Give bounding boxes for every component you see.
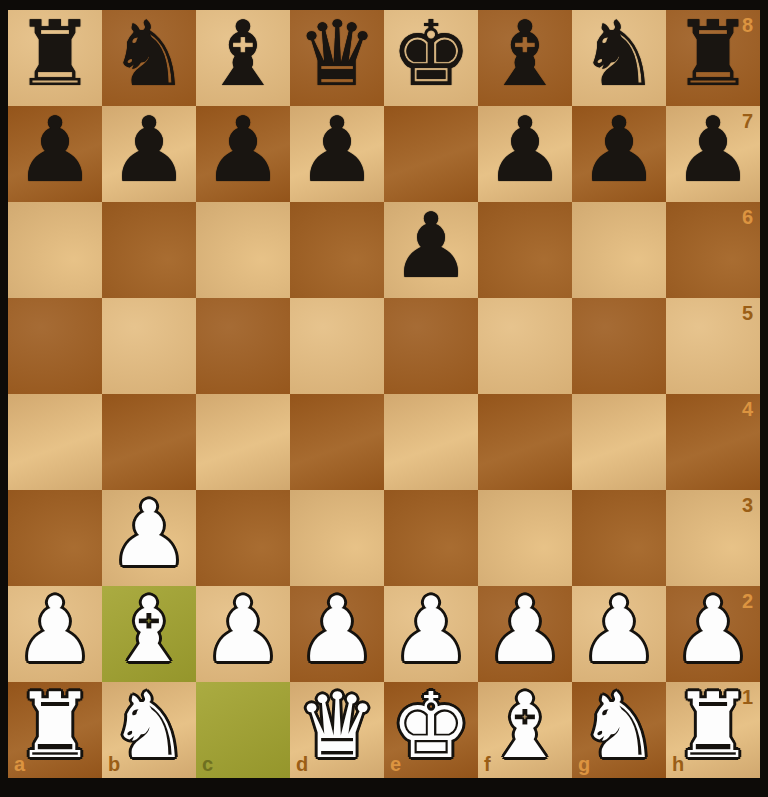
square-g5[interactable] xyxy=(572,298,666,394)
square-a8[interactable]: ♜ xyxy=(8,10,102,106)
rank-label-5: 5 xyxy=(742,303,753,323)
square-c1[interactable]: c xyxy=(196,682,290,778)
rank-label-1: 1 xyxy=(742,687,753,707)
square-f6[interactable] xyxy=(478,202,572,298)
square-f7[interactable]: ♟ xyxy=(478,106,572,202)
white-bishop[interactable]: ♝ xyxy=(478,678,572,774)
black-pawn[interactable]: ♟ xyxy=(102,102,196,198)
square-b8[interactable]: ♞ xyxy=(102,10,196,106)
file-label-e: e xyxy=(390,754,401,774)
square-c5[interactable] xyxy=(196,298,290,394)
rank-label-4: 4 xyxy=(742,399,753,419)
black-knight[interactable]: ♞ xyxy=(572,6,666,102)
square-g3[interactable] xyxy=(572,490,666,586)
square-d7[interactable]: ♟ xyxy=(290,106,384,202)
black-pawn[interactable]: ♟ xyxy=(384,198,478,294)
square-a3[interactable] xyxy=(8,490,102,586)
black-king[interactable]: ♚ xyxy=(384,6,478,102)
black-bishop[interactable]: ♝ xyxy=(478,6,572,102)
board-frame: ♜♞♝♛♚♝♞♜8♟♟♟♟♟♟♟7♟654♟3♟♝♟♟♟♟♟♟2♜a♞bc♛d♚… xyxy=(0,0,768,797)
square-c4[interactable] xyxy=(196,394,290,490)
file-label-a: a xyxy=(14,754,25,774)
square-e2[interactable]: ♟ xyxy=(384,586,478,682)
square-b7[interactable]: ♟ xyxy=(102,106,196,202)
square-d3[interactable] xyxy=(290,490,384,586)
square-a7[interactable]: ♟ xyxy=(8,106,102,202)
square-f2[interactable]: ♟ xyxy=(478,586,572,682)
square-d1[interactable]: ♛d xyxy=(290,682,384,778)
file-label-f: f xyxy=(484,754,491,774)
square-e5[interactable] xyxy=(384,298,478,394)
square-c8[interactable]: ♝ xyxy=(196,10,290,106)
square-a1[interactable]: ♜a xyxy=(8,682,102,778)
square-h7[interactable]: ♟7 xyxy=(666,106,760,202)
square-a6[interactable] xyxy=(8,202,102,298)
square-h4[interactable]: 4 xyxy=(666,394,760,490)
square-f3[interactable] xyxy=(478,490,572,586)
square-h2[interactable]: ♟2 xyxy=(666,586,760,682)
white-pawn[interactable]: ♟ xyxy=(384,582,478,678)
square-d5[interactable] xyxy=(290,298,384,394)
file-label-c: c xyxy=(202,754,213,774)
square-g8[interactable]: ♞ xyxy=(572,10,666,106)
file-label-d: d xyxy=(296,754,308,774)
square-e1[interactable]: ♚e xyxy=(384,682,478,778)
black-pawn[interactable]: ♟ xyxy=(478,102,572,198)
square-b5[interactable] xyxy=(102,298,196,394)
square-d8[interactable]: ♛ xyxy=(290,10,384,106)
white-pawn[interactable]: ♟ xyxy=(8,582,102,678)
square-e8[interactable]: ♚ xyxy=(384,10,478,106)
black-rook[interactable]: ♜ xyxy=(8,6,102,102)
rank-label-2: 2 xyxy=(742,591,753,611)
square-b1[interactable]: ♞b xyxy=(102,682,196,778)
square-d4[interactable] xyxy=(290,394,384,490)
square-f1[interactable]: ♝f xyxy=(478,682,572,778)
square-e6[interactable]: ♟ xyxy=(384,202,478,298)
square-e3[interactable] xyxy=(384,490,478,586)
black-pawn[interactable]: ♟ xyxy=(572,102,666,198)
white-bishop[interactable]: ♝ xyxy=(102,582,196,678)
square-a2[interactable]: ♟ xyxy=(8,586,102,682)
file-label-h: h xyxy=(672,754,684,774)
file-label-g: g xyxy=(578,754,590,774)
square-g6[interactable] xyxy=(572,202,666,298)
square-g2[interactable]: ♟ xyxy=(572,586,666,682)
square-c6[interactable] xyxy=(196,202,290,298)
white-pawn[interactable]: ♟ xyxy=(290,582,384,678)
white-pawn[interactable]: ♟ xyxy=(102,486,196,582)
black-pawn[interactable]: ♟ xyxy=(8,102,102,198)
black-pawn[interactable]: ♟ xyxy=(196,102,290,198)
square-e7[interactable] xyxy=(384,106,478,202)
black-pawn[interactable]: ♟ xyxy=(290,102,384,198)
square-b2[interactable]: ♝ xyxy=(102,586,196,682)
square-d6[interactable] xyxy=(290,202,384,298)
square-e4[interactable] xyxy=(384,394,478,490)
white-pawn[interactable]: ♟ xyxy=(572,582,666,678)
white-pawn[interactable]: ♟ xyxy=(196,582,290,678)
rank-label-6: 6 xyxy=(742,207,753,227)
square-g7[interactable]: ♟ xyxy=(572,106,666,202)
square-g4[interactable] xyxy=(572,394,666,490)
square-h1[interactable]: ♜1h xyxy=(666,682,760,778)
square-f4[interactable] xyxy=(478,394,572,490)
file-label-b: b xyxy=(108,754,120,774)
white-pawn[interactable]: ♟ xyxy=(478,582,572,678)
rank-label-7: 7 xyxy=(742,111,753,131)
square-h5[interactable]: 5 xyxy=(666,298,760,394)
square-h8[interactable]: ♜8 xyxy=(666,10,760,106)
square-b3[interactable]: ♟ xyxy=(102,490,196,586)
black-bishop[interactable]: ♝ xyxy=(196,6,290,102)
square-c2[interactable]: ♟ xyxy=(196,586,290,682)
black-knight[interactable]: ♞ xyxy=(102,6,196,102)
black-queen[interactable]: ♛ xyxy=(290,6,384,102)
square-b6[interactable] xyxy=(102,202,196,298)
square-h6[interactable]: 6 xyxy=(666,202,760,298)
square-c3[interactable] xyxy=(196,490,290,586)
square-b4[interactable] xyxy=(102,394,196,490)
square-h3[interactable]: 3 xyxy=(666,490,760,586)
square-a5[interactable] xyxy=(8,298,102,394)
square-a4[interactable] xyxy=(8,394,102,490)
rank-label-3: 3 xyxy=(742,495,753,515)
square-f8[interactable]: ♝ xyxy=(478,10,572,106)
square-d2[interactable]: ♟ xyxy=(290,586,384,682)
square-f5[interactable] xyxy=(478,298,572,394)
chess-board: ♜♞♝♛♚♝♞♜8♟♟♟♟♟♟♟7♟654♟3♟♝♟♟♟♟♟♟2♜a♞bc♛d♚… xyxy=(8,10,760,778)
rank-label-8: 8 xyxy=(742,15,753,35)
square-g1[interactable]: ♞g xyxy=(572,682,666,778)
square-c7[interactable]: ♟ xyxy=(196,106,290,202)
